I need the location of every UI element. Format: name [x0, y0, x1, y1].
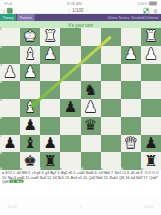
rank-label: 5 [0, 98, 2, 101]
square-b1[interactable] [121, 28, 141, 46]
square-b3[interactable] [121, 64, 141, 82]
black-p-piece[interactable]: ♟ [3, 136, 16, 151]
square-b2[interactable]: ♟ [121, 46, 141, 64]
square-g6[interactable]: ♟ [20, 117, 40, 135]
square-b5[interactable] [121, 99, 141, 117]
square-d8[interactable]: d [81, 152, 101, 170]
white-p-piece[interactable]: ♟ [124, 47, 137, 62]
white-q-piece[interactable]: ♛ [124, 136, 137, 151]
square-e8[interactable]: e [60, 152, 80, 170]
white-p-piece[interactable]: ♟ [84, 100, 97, 115]
square-g7[interactable]: ♝ [20, 135, 40, 153]
back-button[interactable]: ‹ [3, 8, 5, 14]
square-e3[interactable] [60, 64, 80, 82]
square-c8[interactable]: c [101, 152, 121, 170]
rank-label: 8 [0, 151, 2, 154]
black-k-piece[interactable]: ♚ [23, 154, 36, 169]
square-h3[interactable]: 3♟ [0, 64, 20, 82]
square-h5[interactable]: 5 [0, 99, 20, 117]
square-d1[interactable] [81, 28, 101, 46]
status-bar: iPad 8:08 AM 100% [0, 0, 161, 7]
move-list[interactable]: ● 3/12 1. d4 Nf6 2. c4 g6 3. g3 Bg7 4. B… [0, 170, 161, 196]
white-b-piece[interactable]: ♝ [23, 47, 36, 62]
battery-percent: 100% [137, 1, 147, 6]
rank-label: 2 [0, 45, 2, 48]
square-f4[interactable] [40, 81, 60, 99]
board-list-icon[interactable] [144, 8, 150, 14]
square-a1[interactable]: ♜ [141, 28, 161, 46]
square-a5[interactable] [141, 99, 161, 117]
mode-banner: Theory Practice Chess Tactics. Grünfeld … [0, 14, 161, 21]
square-f6[interactable] [40, 117, 60, 135]
square-h4[interactable]: 4 [0, 81, 20, 99]
square-c1[interactable] [101, 28, 121, 46]
black-n-piece[interactable]: ♞ [84, 83, 97, 98]
app-screen: iPad 8:08 AM 100% ‹ ‹1/100› ⚙ Theory Pra… [0, 0, 161, 215]
black-p-piece[interactable]: ♟ [44, 136, 57, 151]
square-g5[interactable]: ♝ [20, 99, 40, 117]
chess-board[interactable]: 1♚♜♜2♝♟♟♟3♟♟4♞5♝♟♟6♟♛7♟♝♟♛♟8hg♚f♜edcba♜ [0, 28, 161, 170]
white-k-piece[interactable]: ♚ [23, 29, 36, 44]
square-g3[interactable]: ♟ [20, 64, 40, 82]
square-g4[interactable] [20, 81, 40, 99]
square-a2[interactable]: ♟ [141, 46, 161, 64]
clock-label: 8:08 AM [67, 1, 82, 6]
square-a3[interactable] [141, 64, 161, 82]
nav-bar: ‹ ‹1/100› ⚙ [0, 7, 161, 14]
square-a6[interactable] [141, 117, 161, 135]
bottom-center-indicator: + [79, 204, 81, 209]
white-r-piece[interactable]: ♜ [144, 29, 157, 44]
gear-icon[interactable]: ⚙ [153, 8, 158, 13]
carrier-label: iPad [4, 1, 12, 6]
square-g8[interactable]: g♚ [20, 152, 40, 170]
puzzle-counter-value: 1/100 [72, 8, 83, 13]
square-d6[interactable]: ♛ [81, 117, 101, 135]
square-f1[interactable]: ♜ [40, 28, 60, 46]
black-b-piece[interactable]: ♝ [23, 136, 36, 151]
square-d7[interactable] [81, 135, 101, 153]
square-e7[interactable] [60, 135, 80, 153]
black-p-piece[interactable]: ♟ [64, 100, 77, 115]
square-d2[interactable] [81, 46, 101, 64]
black-r-piece[interactable]: ♜ [144, 154, 157, 169]
square-f2[interactable]: ♟ [40, 46, 60, 64]
square-b6[interactable] [121, 117, 141, 135]
move-list-text[interactable]: 1. d4 Nf6 2. c4 g6 3. g3 Bg7 4. Bg2 d5 5… [2, 171, 159, 183]
square-a4[interactable] [141, 81, 161, 99]
white-p-piece[interactable]: ♟ [144, 47, 157, 62]
square-h6[interactable]: 6 [0, 117, 20, 135]
square-e4[interactable] [60, 81, 80, 99]
square-b4[interactable] [121, 81, 141, 99]
square-d4[interactable]: ♞ [81, 81, 101, 99]
square-g1[interactable]: ♚ [20, 28, 40, 46]
square-a7[interactable]: ♟ [141, 135, 161, 153]
square-f3[interactable] [40, 64, 60, 82]
square-h8[interactable]: 8h [0, 152, 20, 170]
rank-label: 4 [0, 80, 2, 83]
black-p-piece[interactable]: ♟ [144, 136, 157, 151]
banner-segment-practice[interactable]: Practice [17, 14, 35, 21]
black-r-piece[interactable]: ♜ [44, 154, 57, 169]
square-h1[interactable]: 1 [0, 28, 20, 46]
square-e2[interactable] [60, 46, 80, 64]
square-e6[interactable] [60, 117, 80, 135]
rank-label: 6 [0, 116, 2, 119]
white-r-piece[interactable]: ♜ [44, 29, 57, 44]
square-d5[interactable]: ♟ [81, 99, 101, 117]
square-h2[interactable]: 2 [0, 46, 20, 64]
square-d3[interactable] [81, 64, 101, 82]
black-p-piece[interactable]: ♟ [23, 118, 36, 133]
white-p-piece[interactable]: ♟ [44, 47, 57, 62]
square-g2[interactable]: ♝ [20, 46, 40, 64]
left-clock: 15:20 [7, 204, 17, 209]
banner-course-title: Chess Tactics. Grünfeld Defense [108, 16, 161, 20]
square-b7[interactable]: ♛ [121, 135, 141, 153]
next-puzzle-button[interactable]: › [84, 8, 91, 13]
square-f5[interactable] [40, 99, 60, 117]
right-clock: 50:05 [144, 204, 154, 209]
square-c7[interactable] [101, 135, 121, 153]
square-c4[interactable] [101, 81, 121, 99]
turn-banner-text: It's your turn [68, 22, 93, 27]
rank-label: 1 [0, 27, 2, 30]
battery-icon [149, 2, 157, 6]
move-list-prefix: ● 3/12 [2, 171, 12, 175]
square-c6[interactable] [101, 117, 121, 135]
square-e1[interactable] [60, 28, 80, 46]
current-move-badge[interactable]: 18. Bg5 [10, 180, 24, 184]
banner-segment-theory[interactable]: Theory [0, 14, 16, 21]
square-h7[interactable]: 7♟ [0, 135, 20, 153]
bottom-toolbar: 15:20 + 50:05 [0, 196, 161, 215]
white-b-piece[interactable]: ♝ [23, 100, 36, 115]
square-f7[interactable]: ♟ [40, 135, 60, 153]
square-a8[interactable]: a♜ [141, 152, 161, 170]
square-e5[interactable]: ♟ [60, 99, 80, 117]
white-p-piece[interactable]: ♟ [3, 65, 16, 80]
square-c5[interactable] [101, 99, 121, 117]
square-b8[interactable]: b [121, 152, 141, 170]
rank-label: 7 [0, 134, 2, 137]
rank-label: 3 [0, 63, 2, 66]
black-q-piece[interactable]: ♛ [84, 118, 97, 133]
white-p-piece[interactable]: ♟ [23, 65, 36, 80]
square-f8[interactable]: f♜ [40, 152, 60, 170]
puzzle-counter: ‹1/100› [12, 8, 143, 13]
square-c2[interactable] [101, 46, 121, 64]
square-c3[interactable] [101, 64, 121, 82]
